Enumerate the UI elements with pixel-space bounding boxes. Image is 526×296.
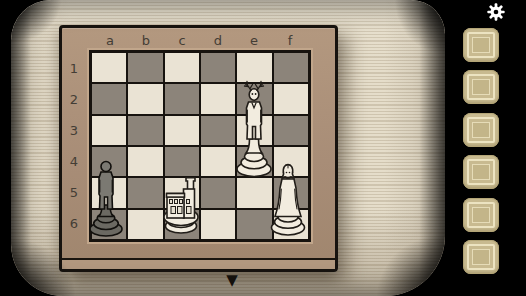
file-label-c: c [164, 31, 200, 49]
file-label-f: f [272, 31, 308, 49]
square-f2[interactable] [274, 84, 308, 113]
rank-labels: 123456 [63, 53, 85, 239]
room-scene: abcdef 123456 ▼ [11, 0, 445, 296]
inventory-slot-2[interactable] [463, 70, 499, 104]
square-d6[interactable] [201, 210, 235, 239]
square-d3[interactable] [201, 116, 235, 145]
file-label-a: a [92, 31, 128, 49]
game-screen: abcdef 123456 ▼ [0, 0, 526, 296]
rank-label-2: 2 [63, 84, 85, 115]
piece-woman[interactable] [266, 162, 310, 236]
square-f3[interactable] [274, 116, 308, 145]
square-b4[interactable] [128, 147, 162, 176]
file-label-d: d [200, 31, 236, 49]
square-b3[interactable] [128, 116, 162, 145]
rank-label-6: 6 [63, 208, 85, 239]
piece-standing-man[interactable] [86, 157, 126, 237]
rank-label-1: 1 [63, 53, 85, 84]
nav-down-arrow[interactable]: ▼ [221, 272, 243, 288]
square-d4[interactable] [201, 147, 235, 176]
square-f1[interactable] [274, 53, 308, 82]
square-d5[interactable] [201, 178, 235, 207]
frame-front-edge [62, 260, 335, 269]
square-c4[interactable] [165, 147, 199, 176]
rank-label-4: 4 [63, 146, 85, 177]
file-label-b: b [128, 31, 164, 49]
file-label-e: e [236, 31, 272, 49]
square-d2[interactable] [201, 84, 235, 113]
inventory-slot-1[interactable] [463, 28, 499, 62]
square-a2[interactable] [92, 84, 126, 113]
square-a3[interactable] [92, 116, 126, 145]
square-b2[interactable] [128, 84, 162, 113]
inventory-slot-4[interactable] [463, 155, 499, 189]
square-a1[interactable] [92, 53, 126, 82]
square-d1[interactable] [201, 53, 235, 82]
rank-label-3: 3 [63, 115, 85, 146]
rank-label-5: 5 [63, 177, 85, 208]
square-e1[interactable] [237, 53, 271, 82]
settings-gear-icon[interactable] [487, 3, 505, 21]
inventory-slot-6[interactable] [463, 240, 499, 274]
inventory-slot-5[interactable] [463, 198, 499, 232]
square-c1[interactable] [165, 53, 199, 82]
square-c2[interactable] [165, 84, 199, 113]
file-labels: abcdef [92, 31, 308, 49]
inventory-slot-3[interactable] [463, 113, 499, 147]
square-b1[interactable] [128, 53, 162, 82]
piece-house[interactable] [158, 176, 204, 236]
square-c3[interactable] [165, 116, 199, 145]
